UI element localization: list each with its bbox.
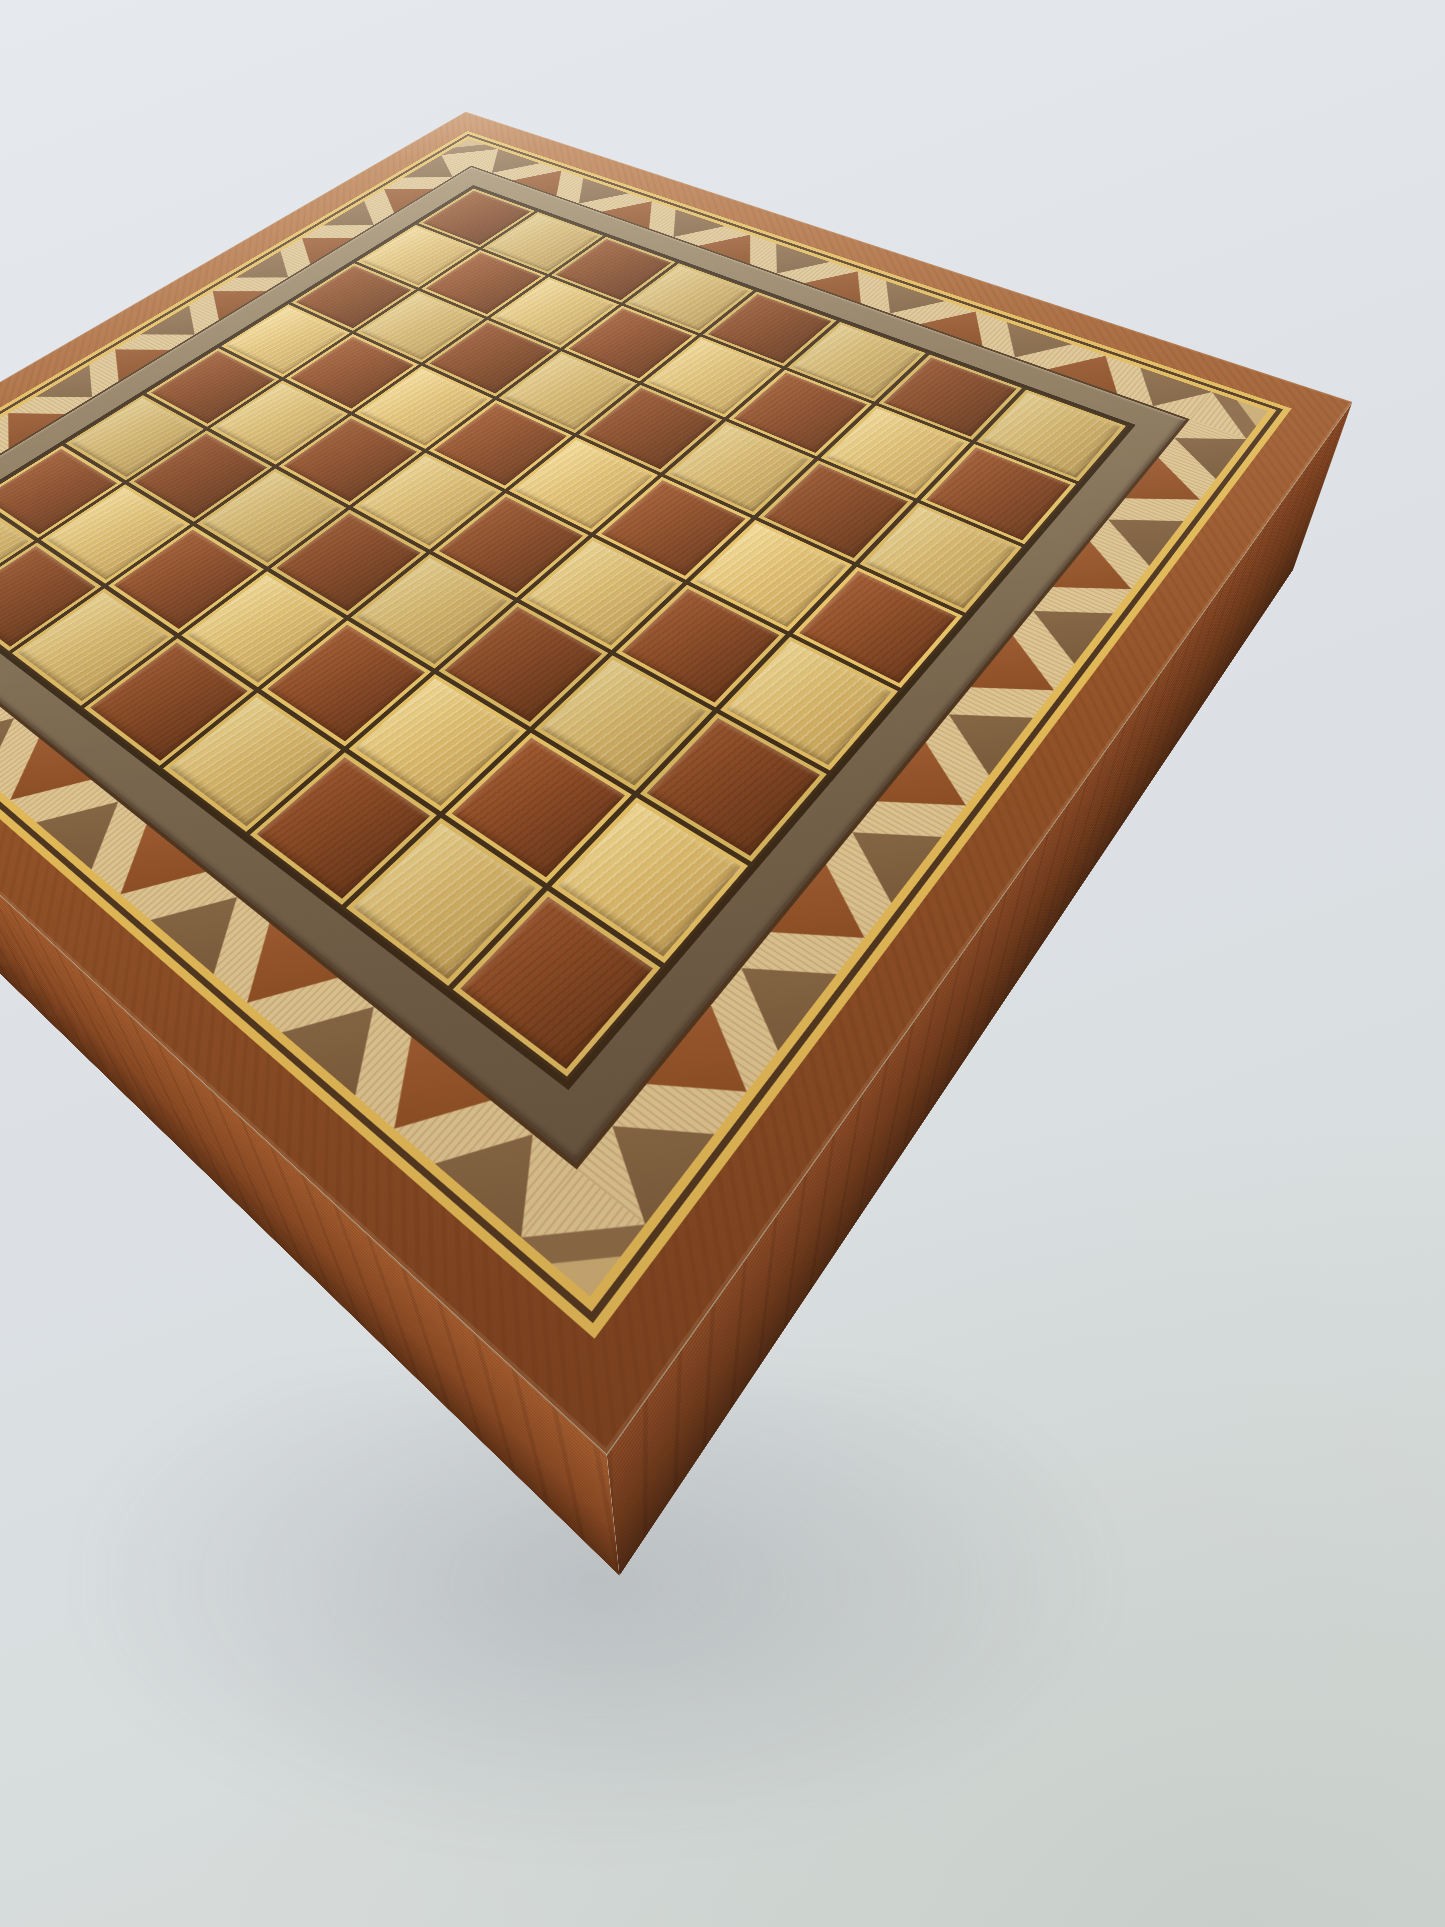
border-triangle-outward-icon xyxy=(647,1005,778,1134)
square-e7 xyxy=(258,618,435,749)
border-triangle-outward-icon xyxy=(1053,541,1150,613)
light-square-wood xyxy=(859,503,1021,613)
border-triangle-inward-icon xyxy=(711,932,837,1051)
light-square-wood xyxy=(551,797,748,963)
light-square-wood xyxy=(534,655,712,791)
square-h2 xyxy=(917,442,1079,547)
square-c8 xyxy=(8,586,178,709)
light-square-wood xyxy=(163,693,341,832)
photo-background xyxy=(0,0,1445,1927)
dark-square-wood xyxy=(445,733,632,884)
square-h4 xyxy=(789,564,966,690)
border-triangle-outward-icon xyxy=(771,864,892,974)
border-triangle-inward-icon xyxy=(435,1100,577,1237)
light-square-wood xyxy=(349,674,527,811)
border-triangle-outward-icon xyxy=(91,824,205,920)
dark-square-wood xyxy=(453,891,661,1077)
dark-square-wood xyxy=(433,493,589,597)
square-g4 xyxy=(686,518,856,634)
border-triangle-outward-icon xyxy=(355,1037,490,1164)
border-triangle-inward-icon xyxy=(36,780,146,870)
square-h7 xyxy=(547,794,752,967)
square-h3 xyxy=(856,501,1026,616)
square-g6 xyxy=(531,653,717,795)
border-triangle-outward-icon xyxy=(971,636,1075,718)
square-h5 xyxy=(716,634,902,774)
dark-square-wood xyxy=(920,444,1076,544)
square-f4 xyxy=(592,475,754,583)
border-triangle-outward-icon xyxy=(0,738,91,822)
light-square-wood xyxy=(12,588,174,705)
dark-square-wood xyxy=(250,752,437,904)
square-b8 xyxy=(0,540,105,653)
dark-square-wood xyxy=(758,460,914,562)
square-e8 xyxy=(159,690,345,835)
border-triangle-outward-icon xyxy=(878,742,989,836)
dark-square-wood xyxy=(793,567,963,688)
square-h8 xyxy=(448,887,665,1081)
border-triangle-inward-icon xyxy=(1090,498,1184,566)
square-e5 xyxy=(430,491,592,600)
square-d7 xyxy=(178,569,348,690)
dark-square-wood xyxy=(616,585,786,708)
dark-square-wood xyxy=(108,526,264,633)
square-f8 xyxy=(246,749,441,908)
dark-square-wood xyxy=(261,620,431,746)
border-triangle-inward-icon xyxy=(282,978,412,1096)
square-d8 xyxy=(80,636,257,769)
triangle-border-near xyxy=(0,563,577,1237)
border-triangle-outward-icon xyxy=(214,923,338,1033)
square-f5 xyxy=(517,535,687,653)
square-g3 xyxy=(755,458,917,564)
scene xyxy=(0,0,1445,1927)
border-triangle-inward-icon xyxy=(0,699,39,779)
scene-tilt xyxy=(0,0,1445,1927)
border-triangle-inward-icon xyxy=(826,801,942,903)
light-square-wood xyxy=(720,637,898,771)
border-triangle-inward-icon xyxy=(150,872,269,974)
dark-square-wood xyxy=(438,603,608,727)
border-triangle-inward-icon xyxy=(926,687,1033,775)
light-square-wood xyxy=(346,818,543,986)
square-g8 xyxy=(342,815,547,990)
square-g7 xyxy=(441,730,636,887)
square-e6 xyxy=(347,552,517,671)
dark-square-wood xyxy=(640,713,827,862)
light-square-wood xyxy=(351,554,513,668)
light-square-wood xyxy=(690,520,852,631)
border-triangle-inward-icon xyxy=(577,1084,715,1224)
dark-square-wood xyxy=(0,542,101,651)
square-g5 xyxy=(612,582,789,710)
light-square-wood xyxy=(181,571,343,687)
square-d6 xyxy=(267,507,429,617)
corner-triangle-inner-icon xyxy=(552,1225,621,1297)
border-corner-near xyxy=(521,1169,645,1296)
square-f7 xyxy=(345,671,531,814)
corner-triangle-icon xyxy=(521,1169,645,1296)
light-square-wood xyxy=(520,537,682,650)
border-triangle-inward-icon xyxy=(1013,587,1113,664)
border-triangle-outward-icon xyxy=(1125,458,1216,521)
dark-square-wood xyxy=(596,477,752,580)
dark-square-wood xyxy=(84,638,254,766)
square-c7 xyxy=(105,524,267,636)
square-f6 xyxy=(435,600,612,730)
dark-square-wood xyxy=(271,510,427,616)
square-h6 xyxy=(636,710,831,865)
border-triangle-inward-icon xyxy=(1158,419,1246,479)
chessboard xyxy=(0,112,1352,1455)
